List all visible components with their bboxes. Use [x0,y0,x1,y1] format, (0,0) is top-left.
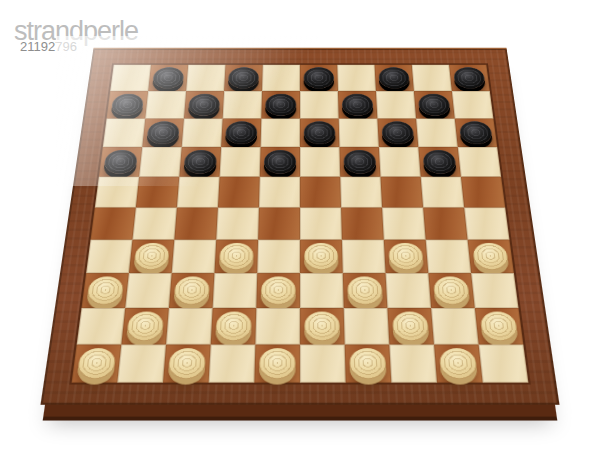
piece-black[interactable] [146,121,180,144]
piece-white[interactable] [261,276,296,304]
piece-white[interactable] [439,348,478,379]
square[interactable] [148,65,188,91]
square[interactable] [389,345,437,383]
square[interactable] [256,273,300,308]
square[interactable] [117,345,166,383]
square[interactable] [216,208,259,240]
square[interactable] [218,177,260,208]
square[interactable] [145,91,186,118]
square[interactable] [345,345,392,383]
piece-white[interactable] [126,312,164,341]
square[interactable] [213,273,258,308]
square[interactable] [340,177,382,208]
piece-white[interactable] [304,312,340,341]
square[interactable] [260,147,300,177]
square[interactable] [163,345,211,383]
piece-white[interactable] [219,243,254,270]
square[interactable] [139,147,182,177]
piece-black[interactable] [422,150,456,174]
square[interactable] [434,345,483,383]
square[interactable] [129,240,174,273]
piece-white[interactable] [433,276,470,304]
piece-white[interactable] [173,276,210,304]
square[interactable] [377,119,418,148]
square[interactable] [99,147,142,177]
square[interactable] [384,240,429,273]
piece-white[interactable] [388,243,424,270]
square[interactable] [431,308,479,344]
piece-white[interactable] [259,348,296,379]
piece-black[interactable] [342,94,374,116]
square[interactable] [342,240,386,273]
square[interactable] [461,177,505,208]
piece-black[interactable] [264,150,296,174]
piece-black[interactable] [228,67,259,88]
square[interactable] [211,308,257,344]
square[interactable] [426,240,471,273]
square[interactable] [300,345,346,383]
square[interactable] [412,65,452,91]
square[interactable] [458,147,501,177]
piece-white[interactable] [77,348,117,379]
square[interactable] [418,147,461,177]
photo-stage: strandperle 21192796 [0,0,600,458]
square[interactable] [428,273,474,308]
square[interactable] [125,273,171,308]
piece-black[interactable] [111,94,144,116]
square[interactable] [91,208,136,240]
square[interactable] [221,119,261,148]
piece-white[interactable] [347,276,383,304]
square[interactable] [121,308,169,344]
square[interactable] [382,208,426,240]
square[interactable] [300,240,343,273]
square[interactable] [184,91,224,118]
square[interactable] [107,91,149,118]
square[interactable] [258,208,300,240]
square[interactable] [182,119,223,148]
square[interactable] [479,345,529,383]
piece-black[interactable] [188,94,220,116]
square[interactable] [110,65,151,91]
square[interactable] [475,308,524,344]
square[interactable] [300,119,339,148]
square[interactable] [209,345,256,383]
square[interactable] [136,177,179,208]
square[interactable] [257,240,300,273]
square[interactable] [300,308,345,344]
square[interactable] [220,147,261,177]
square[interactable] [254,345,300,383]
piece-black[interactable] [183,150,217,174]
square[interactable] [300,273,344,308]
checkers-board [40,48,559,405]
square[interactable] [471,273,518,308]
piece-black[interactable] [418,94,451,116]
square[interactable] [77,308,126,344]
square[interactable] [376,91,416,118]
piece-black[interactable] [453,67,486,88]
square[interactable] [300,91,339,118]
piece-white[interactable] [168,348,206,379]
square[interactable] [337,65,376,91]
square[interactable] [72,345,122,383]
piece-black[interactable] [459,121,493,144]
square[interactable] [179,147,221,177]
square[interactable] [95,177,139,208]
square[interactable] [177,177,220,208]
square[interactable] [300,208,342,240]
square[interactable] [223,91,262,118]
square[interactable] [421,177,464,208]
piece-black[interactable] [265,94,296,116]
square[interactable] [300,147,340,177]
square[interactable] [379,147,421,177]
square[interactable] [343,273,388,308]
piece-white[interactable] [86,276,124,304]
square[interactable] [132,208,176,240]
square[interactable] [344,308,390,344]
piece-black[interactable] [343,150,376,174]
square[interactable] [259,177,300,208]
square[interactable] [261,91,300,118]
square[interactable] [338,91,377,118]
piece-white[interactable] [392,312,430,341]
square[interactable] [300,177,341,208]
square[interactable] [452,91,494,118]
square[interactable] [464,208,509,240]
square[interactable] [414,91,455,118]
square[interactable] [261,119,300,148]
square[interactable] [172,240,217,273]
board-grid [72,65,529,383]
square[interactable] [339,119,379,148]
piece-white[interactable] [304,243,338,270]
square[interactable] [174,208,218,240]
piece-black[interactable] [378,67,410,88]
square[interactable] [81,273,128,308]
square[interactable] [103,119,145,148]
square[interactable] [224,65,263,91]
piece-black[interactable] [152,67,184,88]
square[interactable] [449,65,490,91]
square[interactable] [166,308,213,344]
square[interactable] [380,177,423,208]
square[interactable] [341,208,384,240]
square[interactable] [455,119,497,148]
square[interactable] [300,65,338,91]
piece-black[interactable] [381,121,414,144]
square[interactable] [416,119,458,148]
square[interactable] [169,273,215,308]
square[interactable] [214,240,258,273]
piece-white[interactable] [215,312,252,341]
square[interactable] [375,65,414,91]
square[interactable] [423,208,467,240]
piece-white[interactable] [479,312,518,341]
square[interactable] [386,273,432,308]
square[interactable] [255,308,300,344]
piece-white[interactable] [472,243,509,270]
square[interactable] [387,308,434,344]
square[interactable] [86,240,132,273]
square[interactable] [468,240,514,273]
piece-black[interactable] [304,121,336,144]
piece-white[interactable] [349,348,387,379]
piece-black[interactable] [225,121,257,144]
square[interactable] [262,65,300,91]
piece-black[interactable] [103,150,138,174]
square[interactable] [186,65,225,91]
watermark-id: 21192796 [20,39,77,54]
piece-black[interactable] [304,67,335,88]
square[interactable] [142,119,184,148]
piece-white[interactable] [133,243,170,270]
square[interactable] [339,147,380,177]
